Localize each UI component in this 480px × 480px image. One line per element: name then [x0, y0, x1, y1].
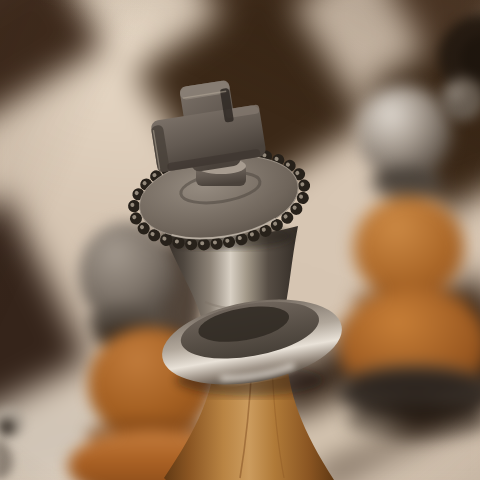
king-piece [0, 0, 480, 480]
chess-photo-scene [0, 0, 480, 480]
